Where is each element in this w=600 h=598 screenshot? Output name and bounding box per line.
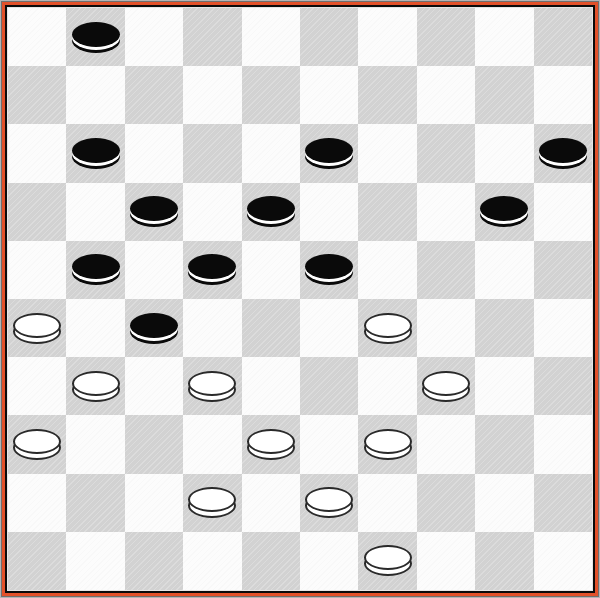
square-r2c0[interactable] <box>8 124 66 182</box>
black-man-18[interactable] <box>247 196 295 227</box>
board-frame-bevel <box>1 1 599 597</box>
square-10[interactable] <box>475 66 533 124</box>
square-23[interactable] <box>300 241 358 299</box>
square-28[interactable] <box>242 299 300 357</box>
square-r1c3[interactable] <box>183 66 241 124</box>
square-r2c8[interactable] <box>475 124 533 182</box>
square-27[interactable] <box>125 299 183 357</box>
square-r3c3[interactable] <box>183 183 241 241</box>
white-man-34[interactable] <box>422 371 470 402</box>
square-47[interactable] <box>125 532 183 590</box>
white-man-top <box>72 371 120 396</box>
square-15[interactable] <box>534 124 592 182</box>
square-r6c8[interactable] <box>475 357 533 415</box>
square-24[interactable] <box>417 241 475 299</box>
black-man-top <box>305 138 353 163</box>
square-r4c0[interactable] <box>8 241 66 299</box>
square-40[interactable] <box>475 415 533 473</box>
square-r6c0[interactable] <box>8 357 66 415</box>
white-man-31[interactable] <box>72 371 120 402</box>
square-32[interactable] <box>183 357 241 415</box>
black-man-21[interactable] <box>72 254 120 285</box>
square-r4c6[interactable] <box>358 241 416 299</box>
square-2[interactable] <box>183 8 241 66</box>
square-r2c2[interactable] <box>125 124 183 182</box>
square-r9c5[interactable] <box>300 532 358 590</box>
square-r8c4[interactable] <box>242 474 300 532</box>
square-r8c0[interactable] <box>8 474 66 532</box>
white-man-top <box>188 371 236 396</box>
square-48[interactable] <box>242 532 300 590</box>
square-r6c2[interactable] <box>125 357 183 415</box>
square-25[interactable] <box>534 241 592 299</box>
black-man-top <box>72 138 120 163</box>
square-r3c5[interactable] <box>300 183 358 241</box>
square-18[interactable] <box>242 183 300 241</box>
square-r0c6[interactable] <box>358 8 416 66</box>
square-21[interactable] <box>66 241 124 299</box>
white-man-top <box>13 429 61 454</box>
black-man-1[interactable] <box>72 22 120 53</box>
white-man-26[interactable] <box>13 313 61 344</box>
white-man-39[interactable] <box>364 429 412 460</box>
square-r5c1[interactable] <box>66 299 124 357</box>
square-r4c8[interactable] <box>475 241 533 299</box>
checkers-board <box>8 8 592 590</box>
square-r7c1[interactable] <box>66 415 124 473</box>
board-frame-orange <box>2 2 598 596</box>
square-r7c3[interactable] <box>183 415 241 473</box>
square-41[interactable] <box>66 474 124 532</box>
square-45[interactable] <box>534 474 592 532</box>
square-29[interactable] <box>358 299 416 357</box>
square-38[interactable] <box>242 415 300 473</box>
board-frame-black <box>5 5 595 593</box>
square-13[interactable] <box>300 124 358 182</box>
square-44[interactable] <box>417 474 475 532</box>
square-r6c6[interactable] <box>358 357 416 415</box>
square-16[interactable] <box>8 183 66 241</box>
square-r2c4[interactable] <box>242 124 300 182</box>
square-r5c3[interactable] <box>183 299 241 357</box>
white-man-29[interactable] <box>364 313 412 344</box>
square-r4c4[interactable] <box>242 241 300 299</box>
square-39[interactable] <box>358 415 416 473</box>
black-man-23[interactable] <box>305 254 353 285</box>
square-r8c2[interactable] <box>125 474 183 532</box>
square-33[interactable] <box>300 357 358 415</box>
square-r0c2[interactable] <box>125 8 183 66</box>
square-5[interactable] <box>534 8 592 66</box>
white-man-top <box>13 313 61 338</box>
square-r1c7[interactable] <box>417 66 475 124</box>
white-man-top <box>364 313 412 338</box>
square-r1c5[interactable] <box>300 66 358 124</box>
black-man-20[interactable] <box>480 196 528 227</box>
square-50[interactable] <box>475 532 533 590</box>
square-r5c7[interactable] <box>417 299 475 357</box>
square-r9c3[interactable] <box>183 532 241 590</box>
square-r8c8[interactable] <box>475 474 533 532</box>
square-19[interactable] <box>358 183 416 241</box>
square-31[interactable] <box>66 357 124 415</box>
square-14[interactable] <box>417 124 475 182</box>
square-1[interactable] <box>66 8 124 66</box>
square-46[interactable] <box>8 532 66 590</box>
square-35[interactable] <box>534 357 592 415</box>
square-26[interactable] <box>8 299 66 357</box>
square-r3c1[interactable] <box>66 183 124 241</box>
square-42[interactable] <box>183 474 241 532</box>
black-man-15[interactable] <box>539 138 587 169</box>
square-30[interactable] <box>475 299 533 357</box>
square-r9c1[interactable] <box>66 532 124 590</box>
square-7[interactable] <box>125 66 183 124</box>
white-man-32[interactable] <box>188 371 236 402</box>
black-man-top <box>539 138 587 163</box>
square-r5c9[interactable] <box>534 299 592 357</box>
board-frame-inner <box>7 7 593 591</box>
black-man-top <box>72 22 120 47</box>
square-11[interactable] <box>66 124 124 182</box>
square-r1c1[interactable] <box>66 66 124 124</box>
square-4[interactable] <box>417 8 475 66</box>
square-r7c9[interactable] <box>534 415 592 473</box>
white-man-42[interactable] <box>188 487 236 518</box>
black-man-27[interactable] <box>130 313 178 344</box>
black-man-11[interactable] <box>72 138 120 169</box>
black-man-17[interactable] <box>130 196 178 227</box>
square-r7c7[interactable] <box>417 415 475 473</box>
square-6[interactable] <box>8 66 66 124</box>
square-r1c9[interactable] <box>534 66 592 124</box>
square-r9c7[interactable] <box>417 532 475 590</box>
square-9[interactable] <box>358 66 416 124</box>
square-r7c5[interactable] <box>300 415 358 473</box>
white-man-38[interactable] <box>247 429 295 460</box>
square-37[interactable] <box>125 415 183 473</box>
square-34[interactable] <box>417 357 475 415</box>
white-man-43[interactable] <box>305 487 353 518</box>
square-r8c6[interactable] <box>358 474 416 532</box>
black-man-top <box>130 313 178 338</box>
black-man-top <box>247 196 295 221</box>
white-man-top <box>247 429 295 454</box>
square-49[interactable] <box>358 532 416 590</box>
square-r4c2[interactable] <box>125 241 183 299</box>
square-12[interactable] <box>183 124 241 182</box>
white-man-top <box>364 429 412 454</box>
square-r9c9[interactable] <box>534 532 592 590</box>
black-man-22[interactable] <box>188 254 236 285</box>
square-36[interactable] <box>8 415 66 473</box>
square-r5c5[interactable] <box>300 299 358 357</box>
square-3[interactable] <box>300 8 358 66</box>
square-r0c4[interactable] <box>242 8 300 66</box>
square-r3c9[interactable] <box>534 183 592 241</box>
square-22[interactable] <box>183 241 241 299</box>
square-r0c8[interactable] <box>475 8 533 66</box>
square-r0c0[interactable] <box>8 8 66 66</box>
square-r3c7[interactable] <box>417 183 475 241</box>
square-r2c6[interactable] <box>358 124 416 182</box>
board-frame-outer <box>0 0 600 598</box>
square-17[interactable] <box>125 183 183 241</box>
square-r6c4[interactable] <box>242 357 300 415</box>
square-43[interactable] <box>300 474 358 532</box>
black-man-13[interactable] <box>305 138 353 169</box>
white-man-top <box>422 371 470 396</box>
square-20[interactable] <box>475 183 533 241</box>
square-8[interactable] <box>242 66 300 124</box>
white-man-36[interactable] <box>13 429 61 460</box>
white-man-49[interactable] <box>364 545 412 576</box>
